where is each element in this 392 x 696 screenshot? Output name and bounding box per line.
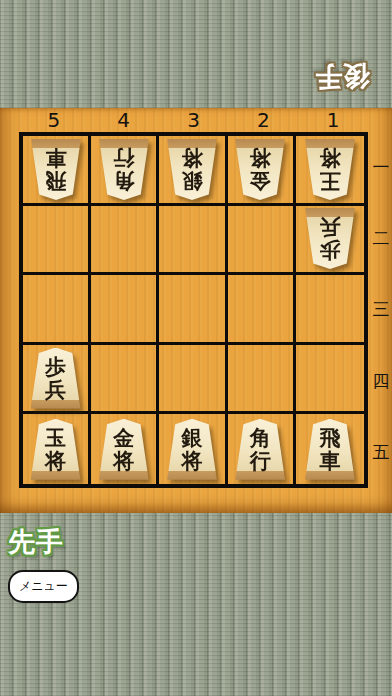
shogi-piece-wrap: 飛 車	[303, 419, 357, 480]
app-screen: 54321 飛 車角 行銀 将金 将王 将歩 兵歩 兵玉 将金 将銀 将角 行飛…	[0, 0, 392, 696]
board-cell-3三[interactable]	[159, 275, 227, 345]
board-cell-5四[interactable]: 歩 兵	[23, 345, 91, 415]
shogi-piece-wrap: 飛 車	[29, 139, 83, 200]
file-label: 4	[89, 108, 159, 132]
shogi-piece-gote[interactable]: 角 行	[97, 139, 151, 200]
shogi-piece-sente[interactable]: 銀 将	[165, 419, 219, 480]
shogi-piece-wrap: 歩 兵	[29, 348, 83, 409]
rank-label: 二	[370, 203, 392, 274]
shogi-piece-gote[interactable]: 金 将	[233, 139, 287, 200]
board-cell-4四[interactable]	[91, 345, 159, 415]
piece-kanji: 角 行	[113, 147, 134, 193]
board-cell-1一[interactable]: 王 将	[296, 136, 364, 206]
rank-label: 四	[370, 346, 392, 417]
shogi-piece-gote[interactable]: 飛 車	[29, 139, 83, 200]
file-label: 3	[159, 108, 229, 132]
shogi-piece-sente[interactable]: 玉 将	[29, 419, 83, 480]
gote-player-label: 後手	[314, 58, 370, 94]
shogi-piece-wrap: 角 行	[97, 139, 151, 200]
board-grid: 飛 車角 行銀 将金 将王 将歩 兵歩 兵玉 将金 将銀 将角 行飛 車	[19, 132, 368, 488]
rank-label: 五	[370, 417, 392, 488]
rank-label: 一	[370, 132, 392, 203]
file-label: 1	[298, 108, 368, 132]
shogi-piece-gote[interactable]: 銀 将	[165, 139, 219, 200]
file-label: 2	[228, 108, 298, 132]
piece-kanji: 銀 将	[181, 147, 202, 193]
board-cell-5三[interactable]	[23, 275, 91, 345]
board-cell-1三[interactable]	[296, 275, 364, 345]
piece-kanji: 玉 将	[45, 426, 66, 472]
piece-kanji: 飛 車	[45, 147, 66, 193]
board-cell-2三[interactable]	[228, 275, 296, 345]
piece-kanji: 王 将	[319, 147, 340, 193]
shogi-piece-sente[interactable]: 歩 兵	[29, 348, 83, 409]
piece-kanji: 飛 車	[319, 426, 340, 472]
piece-kanji: 角 行	[250, 426, 271, 472]
board-cell-1四[interactable]	[296, 345, 364, 415]
shogi-piece-wrap: 玉 将	[29, 419, 83, 480]
piece-kanji: 歩 兵	[319, 216, 340, 262]
shogi-piece-wrap: 歩 兵	[303, 208, 357, 269]
sente-player-label: 先手	[8, 524, 64, 560]
shogi-piece-wrap: 銀 将	[165, 419, 219, 480]
board-cell-2五[interactable]: 角 行	[228, 414, 296, 484]
shogi-piece-wrap: 銀 将	[165, 139, 219, 200]
shogi-piece-wrap: 金 将	[233, 139, 287, 200]
board-cell-4一[interactable]: 角 行	[91, 136, 159, 206]
board-cell-4三[interactable]	[91, 275, 159, 345]
shogi-piece-sente[interactable]: 角 行	[233, 419, 287, 480]
board-cell-4二[interactable]	[91, 206, 159, 276]
piece-kanji: 銀 将	[181, 426, 202, 472]
board-cell-5二[interactable]	[23, 206, 91, 276]
menu-button[interactable]: メニュー	[8, 570, 79, 603]
shogi-piece-gote[interactable]: 王 将	[303, 139, 357, 200]
board-cell-1二[interactable]: 歩 兵	[296, 206, 364, 276]
shogi-board: 54321 飛 車角 行銀 将金 将王 将歩 兵歩 兵玉 将金 将銀 将角 行飛…	[0, 108, 392, 513]
rank-labels: 一二三四五	[370, 132, 392, 488]
file-labels: 54321	[19, 108, 368, 132]
file-label: 5	[19, 108, 89, 132]
board-cell-3五[interactable]: 銀 将	[159, 414, 227, 484]
piece-kanji: 金 将	[113, 426, 134, 472]
piece-kanji: 歩 兵	[45, 355, 66, 401]
board-cell-3四[interactable]	[159, 345, 227, 415]
shogi-piece-wrap: 角 行	[233, 419, 287, 480]
board-cell-5五[interactable]: 玉 将	[23, 414, 91, 484]
board-cell-2一[interactable]: 金 将	[228, 136, 296, 206]
board-cell-3二[interactable]	[159, 206, 227, 276]
shogi-piece-sente[interactable]: 飛 車	[303, 419, 357, 480]
board-cell-2二[interactable]	[228, 206, 296, 276]
shogi-piece-wrap: 王 将	[303, 139, 357, 200]
board-cell-4五[interactable]: 金 将	[91, 414, 159, 484]
piece-kanji: 金 将	[250, 147, 271, 193]
shogi-piece-sente[interactable]: 金 将	[97, 419, 151, 480]
rank-label: 三	[370, 274, 392, 345]
board-cell-3一[interactable]: 銀 将	[159, 136, 227, 206]
board-cell-5一[interactable]: 飛 車	[23, 136, 91, 206]
board-cell-2四[interactable]	[228, 345, 296, 415]
board-cell-1五[interactable]: 飛 車	[296, 414, 364, 484]
shogi-piece-wrap: 金 将	[97, 419, 151, 480]
shogi-piece-gote[interactable]: 歩 兵	[303, 208, 357, 269]
